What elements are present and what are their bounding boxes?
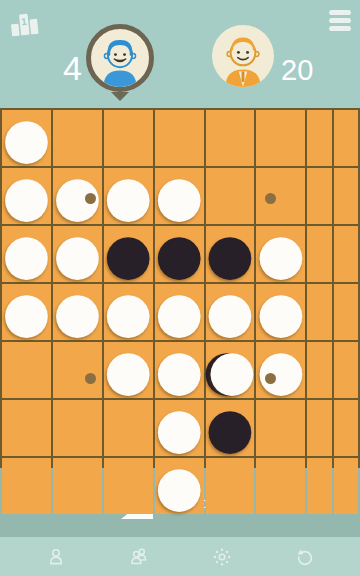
- cell-g3[interactable]: [307, 226, 331, 282]
- cell-e5[interactable]: ●●: [206, 342, 255, 398]
- white-disc: ●: [2, 168, 51, 224]
- cell-a2[interactable]: ●: [2, 168, 51, 224]
- cell-f2[interactable]: [256, 168, 305, 224]
- star-point: [85, 373, 96, 384]
- cell-h6[interactable]: [334, 400, 358, 456]
- person-icon: [44, 545, 68, 569]
- cell-g7[interactable]: [307, 458, 331, 514]
- cell-a5[interactable]: [2, 342, 51, 398]
- cell-c3[interactable]: ●: [104, 226, 153, 282]
- cell-h2[interactable]: [334, 168, 358, 224]
- cell-h5[interactable]: [334, 342, 358, 398]
- white-disc: ●: [53, 226, 102, 282]
- cell-b7[interactable]: [53, 458, 102, 514]
- cell-d7[interactable]: ●: [155, 458, 204, 514]
- cell-e1[interactable]: [206, 110, 255, 166]
- cell-b5[interactable]: [53, 342, 102, 398]
- cell-b1[interactable]: [53, 110, 102, 166]
- cell-c2[interactable]: ●: [104, 168, 153, 224]
- star-point: [265, 193, 276, 204]
- cell-e2[interactable]: [206, 168, 255, 224]
- cell-g2[interactable]: [307, 168, 331, 224]
- undo-arrow-icon: [293, 545, 317, 569]
- cell-e4[interactable]: ●: [206, 284, 255, 340]
- white-disc: ●: [2, 284, 51, 340]
- white-disc: ●: [155, 284, 204, 340]
- cell-f7[interactable]: [256, 458, 305, 514]
- cell-h4[interactable]: [334, 284, 358, 340]
- undo-button[interactable]: [287, 541, 323, 573]
- cell-a6[interactable]: [2, 400, 51, 456]
- white-disc: ●: [2, 226, 51, 282]
- cell-f3[interactable]: ●: [256, 226, 305, 282]
- cell-h7[interactable]: [334, 458, 358, 514]
- cell-d1[interactable]: [155, 110, 204, 166]
- white-disc: ●: [256, 342, 305, 398]
- flipping-disc-white-face: ●: [208, 342, 257, 398]
- white-disc: ●: [2, 110, 51, 166]
- bottom-toolbar: [0, 537, 360, 576]
- cell-c7[interactable]: [104, 458, 153, 514]
- cell-e3[interactable]: ●: [206, 226, 255, 282]
- black-disc: ●: [206, 400, 255, 456]
- cell-g5[interactable]: [307, 342, 331, 398]
- cell-c4[interactable]: ●: [104, 284, 153, 340]
- cell-f6[interactable]: [256, 400, 305, 456]
- cell-a7[interactable]: [2, 458, 51, 514]
- brightness-sun-icon: [210, 545, 234, 569]
- cell-g6[interactable]: [307, 400, 331, 456]
- leaderboard-podium-icon[interactable]: 1: [9, 11, 41, 37]
- cell-e6[interactable]: ●: [206, 400, 255, 456]
- cell-e7[interactable]: [206, 458, 255, 514]
- player-black-avatar[interactable]: [86, 24, 154, 92]
- cell-d3[interactable]: ●: [155, 226, 204, 282]
- cell-d5[interactable]: ●: [155, 342, 204, 398]
- white-disc: ●: [104, 342, 153, 398]
- white-disc: ●: [155, 342, 204, 398]
- white-disc: ●: [104, 168, 153, 224]
- cell-f5[interactable]: ●: [256, 342, 305, 398]
- white-disc: ●: [104, 284, 153, 340]
- cell-d6[interactable]: ●: [155, 400, 204, 456]
- brightness-button[interactable]: [204, 541, 240, 573]
- turn-indicator-triangle: [111, 92, 129, 101]
- hamburger-bar: [329, 26, 351, 31]
- single-player-button[interactable]: [38, 541, 74, 573]
- player-white-score: 20: [281, 56, 313, 85]
- cell-g4[interactable]: [307, 284, 331, 340]
- cell-b6[interactable]: [53, 400, 102, 456]
- cell-f4[interactable]: ●: [256, 284, 305, 340]
- hamburger-bar: [329, 10, 351, 15]
- cell-c6[interactable]: [104, 400, 153, 456]
- top-bar: 1 4: [0, 0, 360, 108]
- cell-a3[interactable]: ●: [2, 226, 51, 282]
- reversi-app: 1 4: [0, 0, 360, 576]
- cell-d4[interactable]: ●: [155, 284, 204, 340]
- player-black-score: 4: [36, 51, 82, 85]
- menu-hamburger-icon[interactable]: [329, 10, 351, 31]
- cell-b4[interactable]: ●: [53, 284, 102, 340]
- player-white-avatar[interactable]: [212, 25, 274, 87]
- white-disc: ●: [155, 458, 204, 514]
- cell-a4[interactable]: ●: [2, 284, 51, 340]
- cell-c1[interactable]: [104, 110, 153, 166]
- cell-d2[interactable]: ●: [155, 168, 204, 224]
- cell-h3[interactable]: [334, 226, 358, 282]
- star-point: [85, 193, 96, 204]
- two-players-button[interactable]: [121, 541, 157, 573]
- board: ●●●●●●●●●●●●●●●●●●●●●●●●●: [0, 108, 360, 468]
- black-disc: ●: [104, 226, 153, 282]
- star-point: [265, 373, 276, 384]
- cell-h1[interactable]: [334, 110, 358, 166]
- black-disc: ●: [206, 226, 255, 282]
- cell-g1[interactable]: [307, 110, 331, 166]
- cell-b3[interactable]: ●: [53, 226, 102, 282]
- cell-c5[interactable]: ●: [104, 342, 153, 398]
- white-disc: ●: [155, 400, 204, 456]
- white-disc: ●: [256, 226, 305, 282]
- cell-f1[interactable]: [256, 110, 305, 166]
- white-disc: ●: [206, 284, 255, 340]
- white-disc: ●: [53, 284, 102, 340]
- black-disc: ●: [155, 226, 204, 282]
- white-disc: ●: [256, 284, 305, 340]
- people-icon: [127, 545, 151, 569]
- white-disc: ●: [155, 168, 204, 224]
- cell-a1[interactable]: ●: [2, 110, 51, 166]
- hamburger-bar: [329, 18, 351, 23]
